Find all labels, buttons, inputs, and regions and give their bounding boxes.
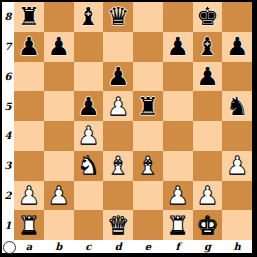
piece-white-king[interactable]: ♚ [196,211,218,240]
file-label-e: e [133,240,163,253]
square-h1[interactable] [222,210,252,240]
square-f7[interactable]: ♟ [163,32,193,62]
piece-black-bishop[interactable]: ♝ [196,32,218,61]
rank-label-1: 1 [2,210,14,240]
square-b1[interactable] [44,210,74,240]
rank-label-4: 4 [2,121,14,151]
square-a5[interactable] [14,91,44,121]
square-a8[interactable]: ♜ [14,2,44,32]
square-b7[interactable]: ♟ [44,32,74,62]
file-label-a: a [14,240,44,253]
piece-white-queen[interactable]: ♛ [107,211,129,240]
square-c6[interactable] [74,62,104,92]
square-h2[interactable] [222,181,252,211]
square-g6[interactable]: ♟ [193,62,223,92]
square-g2[interactable]: ♟ [193,181,223,211]
square-f1[interactable]: ♜ [163,210,193,240]
chess-diagram: 87654321 ♜♝♛♚♟♟♟♝♟♟♟♟♟♜♞♟♞♝♝♟♟♟♟♟♜♛♜♚ ab… [0,0,257,257]
square-d2[interactable] [103,181,133,211]
square-e7[interactable] [133,32,163,62]
square-d5[interactable]: ♟ [103,91,133,121]
piece-white-pawn[interactable]: ♟ [47,181,69,210]
piece-black-pawn[interactable]: ♟ [47,32,69,61]
square-b3[interactable] [44,151,74,181]
square-e4[interactable] [133,121,163,151]
piece-black-rook[interactable]: ♜ [137,92,159,121]
square-g7[interactable]: ♝ [193,32,223,62]
square-c3[interactable]: ♞ [74,151,104,181]
rank-label-2: 2 [2,181,14,211]
square-g1[interactable]: ♚ [193,210,223,240]
square-e1[interactable] [133,210,163,240]
square-e5[interactable]: ♜ [133,91,163,121]
square-c5[interactable]: ♟ [74,91,104,121]
file-label-g: g [193,240,223,253]
white-to-move-indicator [3,241,16,254]
piece-black-pawn[interactable]: ♟ [18,32,40,61]
piece-black-queen[interactable]: ♛ [107,2,129,31]
piece-black-rook[interactable]: ♜ [18,2,40,31]
piece-white-pawn[interactable]: ♟ [166,181,188,210]
piece-white-pawn[interactable]: ♟ [196,181,218,210]
square-e6[interactable] [133,62,163,92]
square-a4[interactable] [14,121,44,151]
rank-label-7: 7 [2,32,14,62]
piece-black-pawn[interactable]: ♟ [107,62,129,91]
piece-white-pawn[interactable]: ♟ [18,181,40,210]
square-b2[interactable]: ♟ [44,181,74,211]
square-d3[interactable]: ♝ [103,151,133,181]
square-a2[interactable]: ♟ [14,181,44,211]
square-c1[interactable] [74,210,104,240]
file-labels: abcdefgh [14,240,252,253]
square-h6[interactable] [222,62,252,92]
chess-board[interactable]: ♜♝♛♚♟♟♟♝♟♟♟♟♟♜♞♟♞♝♝♟♟♟♟♟♜♛♜♚ [14,2,252,240]
piece-black-pawn[interactable]: ♟ [226,32,248,61]
square-g8[interactable]: ♚ [193,2,223,32]
square-a1[interactable]: ♜ [14,210,44,240]
rank-labels: 87654321 [2,2,14,240]
file-label-d: d [103,240,133,253]
square-f8[interactable] [163,2,193,32]
file-label-h: h [222,240,252,253]
piece-black-pawn[interactable]: ♟ [196,62,218,91]
rank-label-6: 6 [2,62,14,92]
square-h8[interactable] [222,2,252,32]
piece-black-knight[interactable]: ♞ [226,92,248,121]
square-d8[interactable]: ♛ [103,2,133,32]
piece-white-rook[interactable]: ♜ [18,211,40,240]
square-d4[interactable] [103,121,133,151]
square-f2[interactable]: ♟ [163,181,193,211]
file-label-b: b [44,240,74,253]
square-c4[interactable]: ♟ [74,121,104,151]
piece-black-pawn[interactable]: ♟ [77,92,99,121]
piece-white-pawn[interactable]: ♟ [107,92,129,121]
square-f4[interactable] [163,121,193,151]
diagram-margin: 87654321 ♜♝♛♚♟♟♟♝♟♟♟♟♟♜♞♟♞♝♝♟♟♟♟♟♜♛♜♚ ab… [2,2,252,253]
square-d7[interactable] [103,32,133,62]
square-g3[interactable] [193,151,223,181]
square-b6[interactable] [44,62,74,92]
square-b4[interactable] [44,121,74,151]
file-label-f: f [163,240,193,253]
square-h5[interactable]: ♞ [222,91,252,121]
square-b8[interactable] [44,2,74,32]
square-g5[interactable] [193,91,223,121]
square-a6[interactable] [14,62,44,92]
piece-black-bishop[interactable]: ♝ [77,2,99,31]
piece-white-pawn[interactable]: ♟ [226,151,248,180]
piece-black-king[interactable]: ♚ [196,2,218,31]
square-e8[interactable] [133,2,163,32]
piece-black-pawn[interactable]: ♟ [166,32,188,61]
rank-label-5: 5 [2,91,14,121]
square-f3[interactable] [163,151,193,181]
square-g4[interactable] [193,121,223,151]
square-f5[interactable] [163,91,193,121]
square-e2[interactable] [133,181,163,211]
file-label-c: c [74,240,104,253]
piece-white-bishop[interactable]: ♝ [107,151,129,180]
square-e3[interactable]: ♝ [133,151,163,181]
square-f6[interactable] [163,62,193,92]
square-a3[interactable] [14,151,44,181]
square-c8[interactable]: ♝ [74,2,104,32]
square-a7[interactable]: ♟ [14,32,44,62]
piece-white-rook[interactable]: ♜ [166,211,188,240]
square-c7[interactable] [74,32,104,62]
rank-label-3: 3 [2,151,14,181]
square-c2[interactable] [74,181,104,211]
square-b5[interactable] [44,91,74,121]
square-d6[interactable]: ♟ [103,62,133,92]
square-h7[interactable]: ♟ [222,32,252,62]
square-d1[interactable]: ♛ [103,210,133,240]
square-h3[interactable]: ♟ [222,151,252,181]
rank-label-8: 8 [2,2,14,32]
piece-white-bishop[interactable]: ♝ [137,151,159,180]
piece-white-knight[interactable]: ♞ [77,151,99,180]
square-h4[interactable] [222,121,252,151]
piece-white-pawn[interactable]: ♟ [77,121,99,150]
